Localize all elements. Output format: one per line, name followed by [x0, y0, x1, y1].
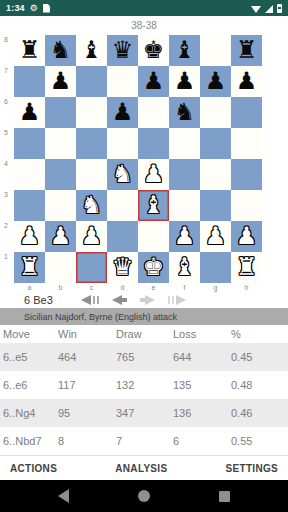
square-c7[interactable] [76, 66, 107, 97]
piece-black-pawn: ♟ [174, 66, 196, 97]
piece-black-king: ♚ [143, 35, 165, 66]
back-button[interactable] [58, 489, 69, 503]
rank-label-5: 5 [0, 128, 14, 159]
piece-white-rook: ♜ [236, 252, 258, 283]
square-d1[interactable]: ♛ [107, 252, 138, 283]
piece-white-pawn: ♟ [19, 221, 41, 252]
square-h5[interactable] [231, 128, 262, 159]
square-c3[interactable]: ♞ [76, 190, 107, 221]
clock: 1:34 [6, 3, 25, 13]
square-h4[interactable] [231, 159, 262, 190]
rank-label-6: 6 [0, 97, 14, 128]
recents-button[interactable] [219, 491, 230, 502]
piece-white-pawn: ♟ [143, 159, 165, 190]
signal-icon [265, 5, 273, 13]
analysis-button[interactable]: ANALYSIS [115, 463, 167, 474]
rank-label-8: 8 [0, 35, 14, 66]
home-button[interactable] [138, 490, 150, 502]
col-loss: Loss [173, 328, 231, 340]
square-a3[interactable] [14, 190, 45, 221]
square-a4[interactable] [14, 159, 45, 190]
table-row-6..e5[interactable]: 6..e54647656440.45 [0, 343, 288, 371]
actions-button[interactable]: ACTIONS [10, 463, 57, 474]
square-f8[interactable]: ♝ [169, 35, 200, 66]
square-g3[interactable] [200, 190, 231, 221]
file-label-d: d [107, 283, 138, 292]
square-h2[interactable]: ♟ [231, 221, 262, 252]
square-e1[interactable]: ♚ [138, 252, 169, 283]
cell-value: 464 [58, 351, 116, 363]
piece-black-knight: ♞ [50, 35, 72, 66]
square-d2[interactable] [107, 221, 138, 252]
square-e6[interactable] [138, 97, 169, 128]
piece-black-rook: ♜ [236, 35, 258, 66]
piece-black-pawn: ♟ [19, 97, 41, 128]
square-g4[interactable] [200, 159, 231, 190]
previous-move-button[interactable] [112, 295, 127, 305]
move-stats-table: Move Win Draw Loss % 6..e54647656440.456… [0, 325, 288, 455]
file-label-b: b [45, 283, 76, 292]
cell-value: 136 [173, 407, 231, 419]
piece-white-bishop: ♝ [143, 190, 165, 221]
rank-labels: 87654321 [0, 35, 14, 283]
table-row-6..e6[interactable]: 6..e61171321350.48 [0, 371, 288, 399]
square-h8[interactable]: ♜ [231, 35, 262, 66]
square-b1[interactable] [45, 252, 76, 283]
square-b5[interactable] [45, 128, 76, 159]
square-a5[interactable] [14, 128, 45, 159]
file-label-h: h [231, 283, 262, 292]
square-d3[interactable] [107, 190, 138, 221]
current-move-label: 6 Be3 [24, 294, 53, 306]
square-c4[interactable] [76, 159, 107, 190]
square-a2[interactable]: ♟ [14, 221, 45, 252]
piece-white-pawn: ♟ [50, 221, 72, 252]
cell-value: 0.45 [231, 351, 288, 363]
rank-label-7: 7 [0, 66, 14, 97]
piece-black-pawn: ♟ [143, 66, 165, 97]
skip-to-start-button[interactable] [81, 295, 99, 305]
app-window: 1:34 ⚙ 38-38 87654321 ♜♞♝♛♚♝♜♟♟♟♟♟♟♟♞♞♟♞… [0, 0, 288, 512]
rank-label-2: 2 [0, 221, 14, 252]
square-g2[interactable]: ♟ [200, 221, 231, 252]
rank-label-4: 4 [0, 159, 14, 190]
chess-board: ♜♞♝♛♚♝♜♟♟♟♟♟♟♟♞♞♟♞♝♟♟♟♟♟♟♜♛♚♝♜ [14, 35, 262, 283]
col-draw: Draw [116, 328, 173, 340]
square-h7[interactable]: ♟ [231, 66, 262, 97]
piece-white-bishop: ♝ [174, 252, 196, 283]
square-f3[interactable] [169, 190, 200, 221]
opening-name-bar: Sicilian Najdorf, Byrne (English) attack [0, 308, 288, 325]
table-header: Move Win Draw Loss % [0, 325, 288, 343]
piece-black-bishop: ♝ [81, 35, 103, 66]
cell-value: 347 [116, 407, 173, 419]
chess-board-zone: 87654321 ♜♞♝♛♚♝♜♟♟♟♟♟♟♟♞♞♟♞♝♟♟♟♟♟♟♜♛♚♝♜ … [0, 35, 288, 292]
square-f1[interactable]: ♝ [169, 252, 200, 283]
square-a8[interactable]: ♜ [14, 35, 45, 66]
skip-to-end-button[interactable] [168, 295, 186, 305]
square-g1[interactable] [200, 252, 231, 283]
col-percent: % [231, 328, 288, 340]
piece-white-king: ♚ [143, 252, 165, 283]
square-h6[interactable] [231, 97, 262, 128]
gear-icon: ⚙ [30, 4, 38, 13]
square-e2[interactable] [138, 221, 169, 252]
piece-white-pawn: ♟ [81, 221, 103, 252]
piece-black-pawn: ♟ [50, 66, 72, 97]
cell-move: 6..Nbd7 [3, 435, 58, 447]
file-label-g: g [200, 283, 231, 292]
square-c5[interactable] [76, 128, 107, 159]
file-label-f: f [169, 283, 200, 292]
next-move-button[interactable] [140, 295, 155, 305]
square-b2[interactable]: ♟ [45, 221, 76, 252]
square-g6[interactable] [200, 97, 231, 128]
status-bar: 1:34 ⚙ [0, 0, 288, 16]
square-e5[interactable] [138, 128, 169, 159]
piece-white-queen: ♛ [112, 252, 134, 283]
score-header: 38-38 [0, 16, 288, 35]
rank-label-3: 3 [0, 190, 14, 221]
square-c2[interactable]: ♟ [76, 221, 107, 252]
cell-value: 765 [116, 351, 173, 363]
cell-value: 132 [116, 379, 173, 391]
piece-white-pawn: ♟ [205, 221, 227, 252]
col-move: Move [3, 328, 58, 340]
square-d5[interactable] [107, 128, 138, 159]
square-b8[interactable]: ♞ [45, 35, 76, 66]
piece-black-pawn: ♟ [112, 97, 134, 128]
square-e8[interactable]: ♚ [138, 35, 169, 66]
wifi-icon [251, 6, 261, 13]
settings-button[interactable]: SETTINGS [226, 463, 278, 474]
square-d6[interactable]: ♟ [107, 97, 138, 128]
table-row-6..Nbd7[interactable]: 6..Nbd78760.55 [0, 427, 288, 455]
square-c6[interactable] [76, 97, 107, 128]
cell-value: 8 [58, 435, 116, 447]
piece-black-pawn: ♟ [205, 66, 227, 97]
cell-value: 0.46 [231, 407, 288, 419]
opening-name: Sicilian Najdorf, Byrne (English) attack [24, 312, 177, 322]
cell-value: 95 [58, 407, 116, 419]
cell-value: 135 [173, 379, 231, 391]
square-d4[interactable]: ♞ [107, 159, 138, 190]
cell-value: 6 [173, 435, 231, 447]
cell-move: 6..e5 [3, 351, 58, 363]
bottom-menu-bar: ACTIONS ANALYSIS SETTINGS [0, 455, 288, 480]
battery-icon [277, 4, 282, 13]
move-navigation [81, 295, 186, 305]
square-a6[interactable]: ♟ [14, 97, 45, 128]
square-d8[interactable]: ♛ [107, 35, 138, 66]
square-g7[interactable]: ♟ [200, 66, 231, 97]
android-nav-bar [0, 480, 288, 512]
rank-label-1: 1 [0, 252, 14, 283]
score-text: 38-38 [131, 20, 157, 31]
square-d7[interactable] [107, 66, 138, 97]
square-h3[interactable] [231, 190, 262, 221]
square-b4[interactable] [45, 159, 76, 190]
square-a7[interactable] [14, 66, 45, 97]
piece-black-knight: ♞ [174, 97, 196, 128]
piece-white-knight: ♞ [81, 190, 103, 221]
file-label-a: a [14, 283, 45, 292]
square-a1[interactable]: ♜ [14, 252, 45, 283]
move-row: 6 Be3 [0, 292, 288, 308]
notification-icon [43, 4, 50, 13]
piece-white-rook: ♜ [19, 252, 41, 283]
piece-white-pawn: ♟ [174, 221, 196, 252]
square-c8[interactable]: ♝ [76, 35, 107, 66]
piece-black-pawn: ♟ [236, 66, 258, 97]
square-b3[interactable] [45, 190, 76, 221]
piece-black-queen: ♛ [112, 35, 134, 66]
square-b7[interactable]: ♟ [45, 66, 76, 97]
file-label-e: e [138, 283, 169, 292]
cell-move: 6..e6 [3, 379, 58, 391]
square-g8[interactable] [200, 35, 231, 66]
file-label-c: c [76, 283, 107, 292]
piece-black-rook: ♜ [19, 35, 41, 66]
cell-value: 644 [173, 351, 231, 363]
table-body: 6..e54647656440.456..e61171321350.486..N… [0, 343, 288, 455]
square-h1[interactable]: ♜ [231, 252, 262, 283]
square-f6[interactable]: ♞ [169, 97, 200, 128]
cell-value: 7 [116, 435, 173, 447]
square-f7[interactable]: ♟ [169, 66, 200, 97]
square-g5[interactable] [200, 128, 231, 159]
square-f2[interactable]: ♟ [169, 221, 200, 252]
square-e4[interactable]: ♟ [138, 159, 169, 190]
piece-white-pawn: ♟ [236, 221, 258, 252]
cell-value: 0.48 [231, 379, 288, 391]
file-labels: abcdefgh [14, 283, 262, 292]
cell-value: 117 [58, 379, 116, 391]
piece-black-bishop: ♝ [174, 35, 196, 66]
piece-white-knight: ♞ [112, 159, 134, 190]
square-f4[interactable] [169, 159, 200, 190]
square-e3[interactable]: ♝ [138, 190, 169, 221]
cell-move: 6..Ng4 [3, 407, 58, 419]
col-win: Win [58, 328, 116, 340]
square-c1[interactable] [76, 252, 107, 283]
square-b6[interactable] [45, 97, 76, 128]
square-f5[interactable] [169, 128, 200, 159]
cell-value: 0.55 [231, 435, 288, 447]
square-e7[interactable]: ♟ [138, 66, 169, 97]
table-row-6..Ng4[interactable]: 6..Ng4953471360.46 [0, 399, 288, 427]
